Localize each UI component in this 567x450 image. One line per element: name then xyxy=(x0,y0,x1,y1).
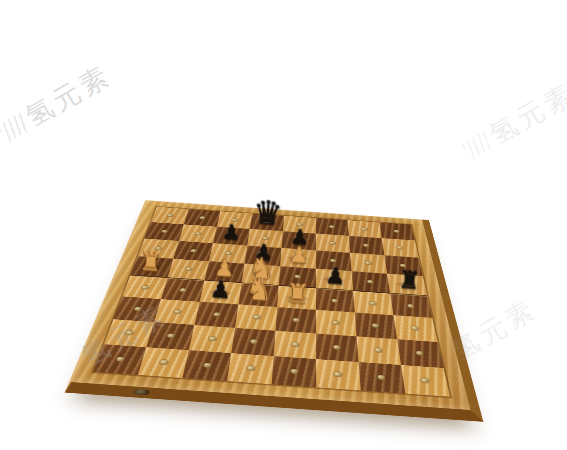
square-h1 xyxy=(401,365,450,397)
square-h5: ♜ xyxy=(387,274,427,297)
square-h4 xyxy=(390,294,432,318)
piece-white-pawn-e6: ♟ xyxy=(288,244,309,267)
square-f3 xyxy=(316,310,357,336)
board-perspective-wrapper: ♛♟♟♟♟♜♟♞♟♜♟♞♜ xyxy=(67,200,478,416)
square-f5: ♟ xyxy=(316,269,353,291)
square-f4 xyxy=(316,288,355,312)
square-f1 xyxy=(316,359,361,390)
square-g2 xyxy=(357,336,401,365)
square-b1 xyxy=(138,347,189,378)
square-e4: ♜ xyxy=(277,286,316,310)
piece-white-rook-a5: ♜ xyxy=(139,249,163,275)
piece-black-rook-h5: ♜ xyxy=(397,267,421,293)
piece-white-knight-d4: ♞ xyxy=(245,273,274,305)
square-h3 xyxy=(393,315,437,342)
square-c4: ♟ xyxy=(200,281,242,305)
square-c3 xyxy=(195,302,239,328)
watermark-hatch-icon xyxy=(0,113,30,143)
square-d4: ♞ xyxy=(239,283,279,307)
square-h2 xyxy=(397,339,443,368)
square-e1 xyxy=(272,356,317,387)
square-e3 xyxy=(276,307,317,333)
square-e2 xyxy=(274,331,316,360)
square-c2 xyxy=(189,325,235,353)
square-d1 xyxy=(227,353,274,384)
square-f2 xyxy=(316,333,359,362)
square-g3 xyxy=(355,313,397,339)
photo-canvas: ♛♟♟♟♟♜♟♞♟♜♟♞♜ 氢元素 氢元素 氢元素 氢元素 xyxy=(0,0,567,450)
piece-black-pawn-c4: ♟ xyxy=(209,277,232,302)
piece-black-pawn-f5: ♟ xyxy=(324,264,346,288)
chess-photo-scene: ♛♟♟♟♟♜♟♞♟♜♟♞♜ xyxy=(45,6,525,436)
square-d3 xyxy=(235,305,277,331)
piece-black-pawn-c7: ♟ xyxy=(221,222,241,244)
piece-black-queen-d8: ♛ xyxy=(252,195,284,230)
clasp-hinge xyxy=(133,389,151,396)
square-g4 xyxy=(353,291,393,315)
square-g5 xyxy=(352,271,391,293)
square-d2 xyxy=(231,328,275,356)
square-a4 xyxy=(122,275,167,299)
piece-white-rook-e4: ♜ xyxy=(285,280,310,308)
square-b4 xyxy=(161,278,205,302)
square-b5 xyxy=(167,259,209,281)
square-g1 xyxy=(359,362,406,394)
square-a5: ♜ xyxy=(130,256,173,278)
square-c1 xyxy=(182,350,231,381)
board-rotation-wrapper: ♛♟♟♟♟♜♟♞♟♜♟♞♜ xyxy=(31,0,540,450)
board-rim: ♛♟♟♟♟♜♟♞♟♜♟♞♜ xyxy=(65,200,484,422)
